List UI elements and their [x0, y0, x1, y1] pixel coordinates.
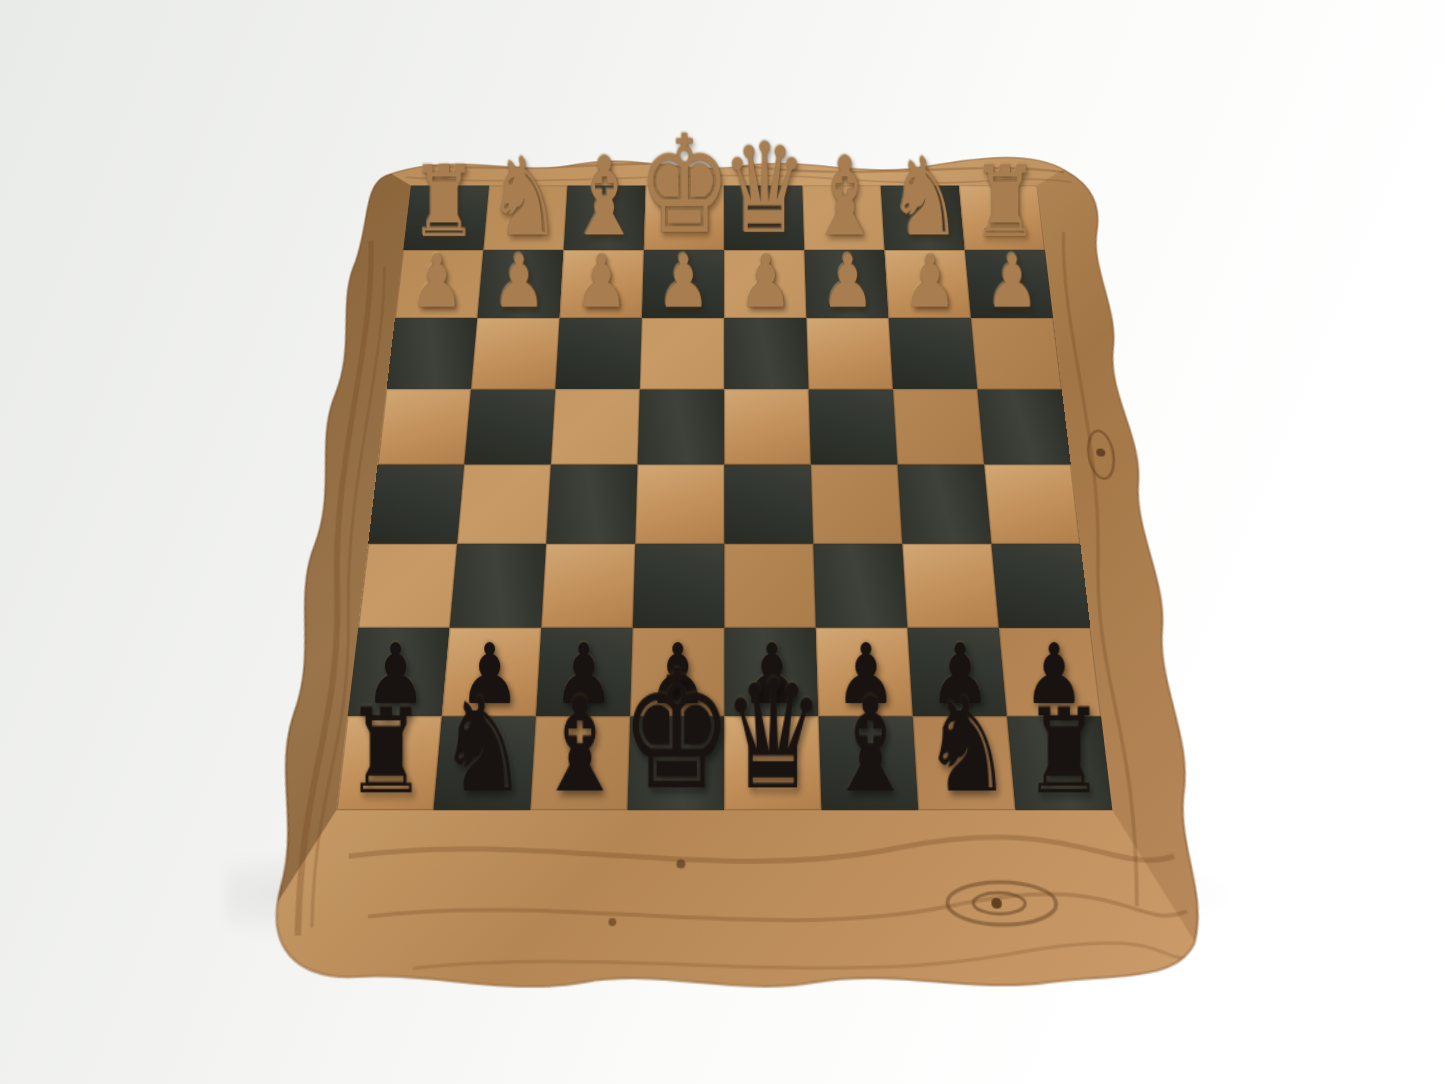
light-square-r8c1: ♜	[336, 716, 441, 810]
white-bishop: ♝	[566, 149, 641, 246]
white-pawn: ♟	[820, 249, 874, 315]
light-square-r5c4	[635, 465, 724, 544]
light-square-r3c6	[806, 318, 893, 389]
dark-square-r4c4	[637, 389, 724, 464]
light-square-r8c3: ♝	[530, 716, 630, 810]
black-bishop: ♝	[824, 687, 914, 805]
black-knight: ♞	[921, 687, 1011, 805]
dark-square-r2c4: ♟	[641, 250, 723, 318]
light-square-r2c7: ♟	[884, 250, 970, 318]
light-square-r5c6	[810, 465, 901, 544]
light-square-r6c3	[541, 544, 635, 628]
dark-square-r8c8: ♜	[1006, 716, 1111, 810]
black-rook: ♜	[344, 699, 425, 805]
dark-square-r2c8: ♟	[964, 250, 1052, 318]
light-square-r4c7	[892, 389, 983, 464]
white-pawn: ♟	[491, 249, 545, 315]
white-bishop: ♝	[806, 149, 881, 246]
dark-square-r6c4	[632, 544, 724, 628]
white-pawn: ♟	[409, 249, 463, 315]
white-pawn: ♟	[902, 249, 956, 315]
black-knight: ♞	[437, 687, 527, 805]
white-queen: ♛	[721, 135, 807, 247]
light-square-r4c3	[550, 389, 639, 464]
white-pawn: ♟	[738, 249, 792, 315]
white-pawn: ♟	[656, 249, 710, 315]
black-bishop: ♝	[533, 687, 623, 805]
light-square-r2c1: ♟	[394, 250, 482, 318]
light-square-r8c7: ♞	[912, 716, 1015, 810]
dark-square-r3c1	[386, 318, 477, 389]
dark-square-r5c5	[724, 465, 813, 544]
dark-square-r6c6	[813, 544, 907, 628]
light-square-r3c4	[639, 318, 723, 389]
white-pawn: ♟	[574, 249, 628, 315]
black-rook: ♜	[1022, 699, 1103, 805]
light-square-r3c2	[470, 318, 559, 389]
light-square-r6c1	[358, 544, 457, 628]
light-square-r4c1	[377, 389, 470, 464]
white-knight: ♞	[887, 149, 962, 246]
light-square-r3c8	[970, 318, 1061, 389]
light-square-r8c5: ♛	[724, 716, 821, 810]
light-square-r6c5	[724, 544, 816, 628]
light-square-r4c5	[724, 389, 811, 464]
white-rook: ♜	[409, 159, 476, 247]
dark-square-r4c8	[977, 389, 1070, 464]
dark-square-r4c2	[464, 389, 555, 464]
dark-square-r8c4: ♚	[627, 716, 724, 810]
dark-square-r2c2: ♟	[477, 250, 563, 318]
light-square-r2c5: ♟	[724, 250, 806, 318]
dark-square-r6c2	[449, 544, 546, 628]
light-square-r2c3: ♟	[559, 250, 643, 318]
dark-square-r5c1	[368, 465, 464, 544]
dark-square-r3c3	[555, 318, 642, 389]
black-king: ♚	[619, 658, 732, 805]
white-knight: ♞	[486, 149, 561, 246]
light-square-r5c2	[457, 465, 551, 544]
dark-square-r6c8	[991, 544, 1090, 628]
white-king: ♚	[637, 125, 730, 247]
dark-square-r4c6	[808, 389, 897, 464]
light-square-r5c8	[984, 465, 1080, 544]
chess-board: ♜♞♝♚♛♝♞♜♟♟♟♟♟♟♟♟♟♟♟♟♟♟♟♟♜♞♝♚♛♝♞♜	[208, 142, 1238, 1010]
dark-square-r2c6: ♟	[804, 250, 888, 318]
dark-square-r8c6: ♝	[818, 716, 918, 810]
dark-square-r5c3	[546, 465, 637, 544]
white-pawn: ♟	[984, 249, 1038, 315]
white-rook: ♜	[970, 159, 1037, 247]
black-queen: ♛	[720, 670, 824, 805]
dark-square-r5c7	[897, 465, 991, 544]
light-square-r6c7	[902, 544, 999, 628]
dark-square-r3c5	[724, 318, 808, 389]
product-photo: ♜♞♝♚♛♝♞♜♟♟♟♟♟♟♟♟♟♟♟♟♟♟♟♟♜♞♝♚♛♝♞♜	[0, 0, 1445, 1084]
dark-square-r8c2: ♞	[433, 716, 536, 810]
dark-square-r3c7	[888, 318, 977, 389]
